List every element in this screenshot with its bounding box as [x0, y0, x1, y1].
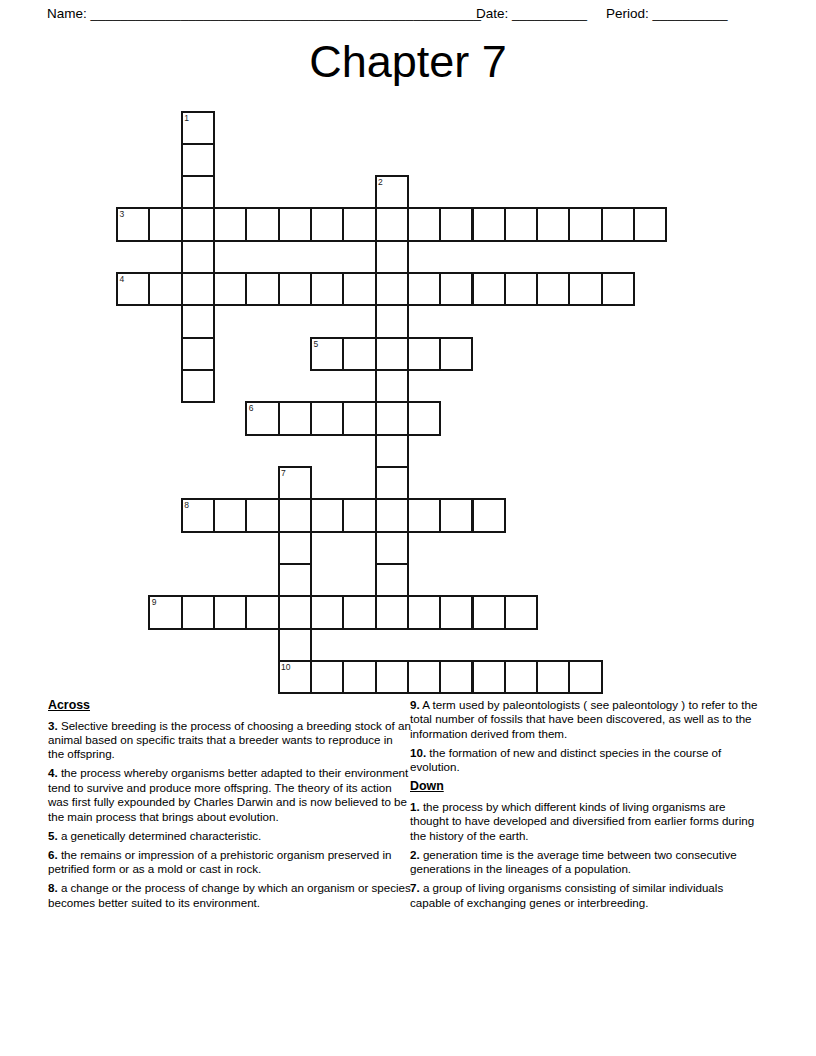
clue-number-6: 6: [249, 403, 254, 413]
grid-cell-r2c2[interactable]: [181, 175, 215, 209]
clue-number-5: 5: [313, 339, 318, 349]
clue-across-6: 6. the remains or impression of a prehis…: [48, 848, 411, 877]
grid-cell-r13c8[interactable]: [375, 531, 409, 565]
clue-number-8: 8: [184, 500, 189, 510]
grid-cell-r3c11[interactable]: [472, 207, 506, 241]
grid-cell-r15c1[interactable]: 9: [148, 595, 182, 629]
grid-cell-r3c6[interactable]: [310, 207, 344, 241]
grid-cell-r7c9[interactable]: [407, 337, 441, 371]
grid-cell-r7c2[interactable]: [181, 337, 215, 371]
grid-cell-r12c4[interactable]: [245, 498, 279, 532]
grid-cell-r11c5[interactable]: 7: [278, 466, 312, 500]
clue-down-7: 7. a group of living organisms consistin…: [410, 881, 766, 910]
clue-number-label: 4.: [48, 766, 58, 779]
grid-cell-r9c7[interactable]: [342, 401, 376, 435]
grid-cell-r15c3[interactable]: [213, 595, 247, 629]
grid-cell-r3c7[interactable]: [342, 207, 376, 241]
grid-cell-r5c8[interactable]: [375, 272, 409, 306]
grid-cell-r5c12[interactable]: [504, 272, 538, 306]
clue-number-3: 3: [120, 209, 125, 219]
grid-cell-r9c9[interactable]: [407, 401, 441, 435]
grid-cell-r15c10[interactable]: [439, 595, 473, 629]
grid-cell-r5c3[interactable]: [213, 272, 247, 306]
clue-across-4: 4. the process whereby organisms better …: [48, 766, 411, 824]
clue-number-1: 1: [184, 113, 189, 123]
clue-number-label: 9.: [410, 698, 420, 711]
grid-cell-r0c2[interactable]: 1: [181, 111, 215, 145]
grid-cell-r7c6[interactable]: 5: [310, 337, 344, 371]
clue-number-4: 4: [120, 274, 125, 284]
grid-cell-r15c8[interactable]: [375, 595, 409, 629]
grid-cell-r15c2[interactable]: [181, 595, 215, 629]
grid-cell-r17c9[interactable]: [407, 660, 441, 694]
grid-cell-r12c10[interactable]: [439, 498, 473, 532]
clue-number-label: 8.: [48, 881, 58, 894]
grid-cell-r5c10[interactable]: [439, 272, 473, 306]
grid-cell-r7c7[interactable]: [342, 337, 376, 371]
grid-cell-r11c8[interactable]: [375, 466, 409, 500]
grid-cell-r6c2[interactable]: [181, 304, 215, 338]
grid-cell-r3c16[interactable]: [633, 207, 667, 241]
clue-down-1: 1. the process by which different kinds …: [410, 800, 766, 843]
grid-cell-r4c8[interactable]: [375, 240, 409, 274]
grid-cell-r5c7[interactable]: [342, 272, 376, 306]
clue-number-label: 6.: [48, 848, 58, 861]
grid-cell-r15c6[interactable]: [310, 595, 344, 629]
grid-cell-r15c5[interactable]: [278, 595, 312, 629]
grid-cell-r2c8[interactable]: 2: [375, 175, 409, 209]
clue-number-label: 1.: [410, 800, 420, 813]
down-header: Down: [410, 779, 766, 795]
grid-cell-r5c15[interactable]: [601, 272, 635, 306]
grid-cell-r3c9[interactable]: [407, 207, 441, 241]
grid-cell-r12c6[interactable]: [310, 498, 344, 532]
grid-cell-r14c5[interactable]: [278, 563, 312, 597]
clue-number-7: 7: [281, 468, 286, 478]
across-header: Across: [48, 698, 411, 714]
grid-cell-r12c7[interactable]: [342, 498, 376, 532]
grid-cell-r3c3[interactable]: [213, 207, 247, 241]
grid-cell-r17c13[interactable]: [536, 660, 570, 694]
grid-cell-r3c1[interactable]: [148, 207, 182, 241]
grid-cell-r4c2[interactable]: [181, 240, 215, 274]
grid-cell-r17c7[interactable]: [342, 660, 376, 694]
grid-cell-r15c11[interactable]: [472, 595, 506, 629]
grid-cell-r5c6[interactable]: [310, 272, 344, 306]
grid-cell-r17c8[interactable]: [375, 660, 409, 694]
grid-cell-r3c4[interactable]: [245, 207, 279, 241]
grid-cell-r12c3[interactable]: [213, 498, 247, 532]
grid-cell-r1c2[interactable]: [181, 143, 215, 177]
grid-cell-r5c13[interactable]: [536, 272, 570, 306]
grid-cell-r12c2[interactable]: 8: [181, 498, 215, 532]
clues-right-column: 9. A term used by paleontologists ( see …: [410, 698, 766, 915]
grid-cell-r12c5[interactable]: [278, 498, 312, 532]
clue-across-5: 5. a genetically determined characterist…: [48, 829, 411, 843]
grid-cell-r3c10[interactable]: [439, 207, 473, 241]
clue-number-9: 9: [152, 597, 157, 607]
grid-cell-r15c12[interactable]: [504, 595, 538, 629]
clue-number-2: 2: [378, 177, 383, 187]
grid-cell-r15c9[interactable]: [407, 595, 441, 629]
clue-across-9: 9. A term used by paleontologists ( see …: [410, 698, 766, 741]
grid-cell-r3c12[interactable]: [504, 207, 538, 241]
grid-cell-r8c2[interactable]: [181, 369, 215, 403]
clue-down-2: 2. generation time is the average time b…: [410, 848, 766, 877]
grid-cell-r3c0[interactable]: 3: [116, 207, 150, 241]
grid-cell-r17c5[interactable]: 10: [278, 660, 312, 694]
grid-cell-r3c14[interactable]: [568, 207, 602, 241]
grid-cell-r3c15[interactable]: [601, 207, 635, 241]
grid-cell-r12c9[interactable]: [407, 498, 441, 532]
grid-cell-r5c11[interactable]: [472, 272, 506, 306]
grid-cell-r13c5[interactable]: [278, 531, 312, 565]
grid-cell-r5c1[interactable]: [148, 272, 182, 306]
clue-number-label: 2.: [410, 848, 420, 861]
clue-number-label: 5.: [48, 829, 58, 842]
grid-cell-r17c6[interactable]: [310, 660, 344, 694]
clue-number-label: 7.: [410, 881, 420, 894]
grid-cell-r5c2[interactable]: [181, 272, 215, 306]
grid-cell-r3c8[interactable]: [375, 207, 409, 241]
grid-cell-r8c8[interactable]: [375, 369, 409, 403]
grid-cell-r12c11[interactable]: [472, 498, 506, 532]
clue-number-label: 3.: [48, 719, 58, 732]
clue-across-10: 10. the formation of new and distinct sp…: [410, 746, 766, 775]
clue-across-3: 3. Selective breeding is the process of …: [48, 719, 411, 762]
grid-cell-r17c12[interactable]: [504, 660, 538, 694]
grid-cell-r5c0[interactable]: 4: [116, 272, 150, 306]
grid-cell-r5c4[interactable]: [245, 272, 279, 306]
grid-cell-r17c14[interactable]: [568, 660, 602, 694]
grid-cell-r6c8[interactable]: [375, 304, 409, 338]
grid-cell-r16c5[interactable]: [278, 628, 312, 662]
grid-cell-r17c10[interactable]: [439, 660, 473, 694]
crossword-grid: 12345678910: [0, 0, 816, 700]
grid-cell-r17c11[interactable]: [472, 660, 506, 694]
grid-cell-r9c8[interactable]: [375, 401, 409, 435]
grid-cell-r7c8[interactable]: [375, 337, 409, 371]
clue-across-8: 8. a change or the process of change by …: [48, 881, 411, 910]
grid-cell-r9c5[interactable]: [278, 401, 312, 435]
clues-left-column: Across3. Selective breeding is the proce…: [48, 698, 411, 915]
grid-cell-r9c6[interactable]: [310, 401, 344, 435]
grid-cell-r14c8[interactable]: [375, 563, 409, 597]
grid-cell-r15c4[interactable]: [245, 595, 279, 629]
grid-cell-r3c13[interactable]: [536, 207, 570, 241]
clue-number-label: 10.: [410, 746, 426, 759]
grid-cell-r5c5[interactable]: [278, 272, 312, 306]
grid-cell-r3c5[interactable]: [278, 207, 312, 241]
grid-cell-r10c8[interactable]: [375, 434, 409, 468]
grid-cell-r5c9[interactable]: [407, 272, 441, 306]
grid-cell-r5c14[interactable]: [568, 272, 602, 306]
grid-cell-r9c4[interactable]: 6: [245, 401, 279, 435]
grid-cell-r3c2[interactable]: [181, 207, 215, 241]
grid-cell-r12c8[interactable]: [375, 498, 409, 532]
clue-number-10: 10: [281, 662, 290, 672]
grid-cell-r15c7[interactable]: [342, 595, 376, 629]
grid-cell-r7c10[interactable]: [439, 337, 473, 371]
